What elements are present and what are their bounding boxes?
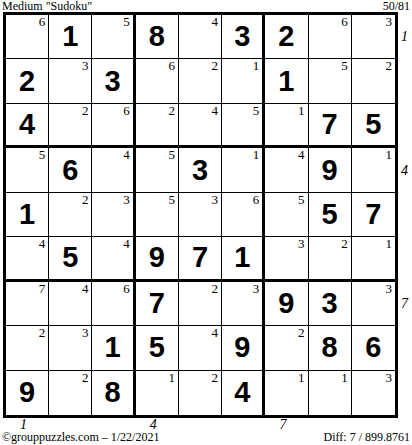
pencil-mark: 4 (82, 282, 89, 296)
cell-r4c6[interactable]: 1 (222, 148, 265, 192)
pencil-mark: 2 (385, 59, 392, 73)
cell-r2c1[interactable]: 2 (6, 59, 49, 103)
cell-r1c6[interactable]: 3 (222, 15, 265, 59)
pencil-mark: 6 (168, 59, 175, 73)
footer-bar: ©grouppuzzles.com – 1/22/2021 Diff: 7 / … (2, 431, 410, 445)
cell-value: 9 (278, 289, 294, 318)
cell-value: 9 (322, 156, 338, 185)
cell-r6c4[interactable]: 9 (136, 237, 179, 281)
cell-r4c3[interactable]: 4 (92, 148, 135, 192)
pencil-mark: 6 (123, 282, 130, 296)
cell-r6c9[interactable]: 1 (352, 237, 395, 281)
pencil-mark: 1 (385, 148, 392, 162)
cell-value: 6 (365, 333, 381, 362)
pencil-mark: 6 (39, 15, 46, 29)
cell-r2c3[interactable]: 3 (92, 59, 135, 103)
cell-r1c1[interactable]: 6 (6, 15, 49, 59)
row-label-7: 7 (401, 297, 408, 311)
pencil-mark: 5 (298, 193, 305, 207)
cell-value: 9 (234, 333, 250, 362)
cell-value: 6 (62, 156, 78, 185)
cell-value: 7 (149, 289, 165, 318)
cell-r7c2[interactable]: 4 (49, 282, 92, 326)
cell-r7c5[interactable]: 2 (179, 282, 222, 326)
cell-value: 8 (322, 333, 338, 362)
cell-value: 2 (19, 67, 35, 96)
cell-r5c9[interactable]: 7 (352, 193, 395, 237)
cell-r4c1[interactable]: 5 (6, 148, 49, 192)
cell-r4c9[interactable]: 1 (352, 148, 395, 192)
cell-r3c6[interactable]: 5 (222, 104, 265, 148)
pencil-mark: 1 (341, 371, 348, 385)
cell-r9c9[interactable]: 3 (352, 371, 395, 415)
cell-r8c6[interactable]: 9 (222, 326, 265, 370)
pencil-mark: 1 (253, 59, 260, 73)
cell-value: 1 (278, 67, 294, 96)
pencil-mark: 5 (123, 15, 130, 29)
cell-r1c7[interactable]: 2 (265, 15, 308, 59)
col-label-7: 7 (279, 418, 286, 432)
pencil-mark: 4 (298, 148, 305, 162)
pencil-mark: 4 (212, 104, 219, 118)
cell-r5c4[interactable]: 5 (136, 193, 179, 237)
cell-r7c1[interactable]: 7 (6, 282, 49, 326)
pencil-mark: 3 (82, 59, 89, 73)
progress-counter: 50/81 (383, 0, 410, 12)
pencil-mark: 1 (253, 148, 260, 162)
cell-r6c6[interactable]: 1 (222, 237, 265, 281)
pencil-mark: 2 (82, 104, 89, 118)
cell-r9c8[interactable]: 1 (309, 371, 352, 415)
cell-value: 9 (19, 378, 35, 407)
cell-r5c2[interactable]: 2 (49, 193, 92, 237)
pencil-mark: 4 (123, 148, 130, 162)
cell-r8c5[interactable]: 4 (179, 326, 222, 370)
cell-value: 3 (104, 67, 120, 96)
cell-value: 5 (149, 333, 165, 362)
cell-r1c9[interactable]: 3 (352, 15, 395, 59)
cell-value: 5 (322, 200, 338, 229)
cell-r9c3[interactable]: 8 (92, 371, 135, 415)
cell-value: 7 (322, 110, 338, 139)
pencil-mark: 5 (39, 148, 46, 162)
pencil-mark: 2 (82, 193, 89, 207)
cell-r5c1[interactable]: 1 (6, 193, 49, 237)
cell-r4c4[interactable]: 5 (136, 148, 179, 192)
cell-value: 2 (278, 22, 294, 51)
cell-r3c7[interactable]: 1 (265, 104, 308, 148)
pencil-mark: 4 (212, 15, 219, 29)
pencil-mark: 4 (39, 237, 46, 251)
pencil-mark: 2 (82, 371, 89, 385)
cell-value: 3 (192, 156, 208, 185)
cell-r2c8[interactable]: 5 (309, 59, 352, 103)
cell-value: 5 (62, 243, 78, 272)
cell-value: 1 (104, 333, 120, 362)
pencil-mark: 5 (341, 59, 348, 73)
puzzle-title: Medium "Sudoku" (2, 0, 92, 12)
cell-r2c5[interactable]: 2 (179, 59, 222, 103)
copyright-text: ©grouppuzzles.com – 1/22/2021 (2, 431, 159, 444)
pencil-mark: 1 (298, 371, 305, 385)
pencil-mark: 3 (385, 371, 392, 385)
pencil-mark: 6 (253, 193, 260, 207)
pencil-mark: 3 (123, 193, 130, 207)
cell-r2c9[interactable]: 2 (352, 59, 395, 103)
cell-r8c8[interactable]: 8 (309, 326, 352, 370)
pencil-mark: 4 (123, 237, 130, 251)
cell-r1c5[interactable]: 4 (179, 15, 222, 59)
cell-r8c3[interactable]: 1 (92, 326, 135, 370)
cell-value: 8 (104, 378, 120, 407)
pencil-mark: 2 (39, 326, 46, 340)
pencil-mark: 1 (298, 104, 305, 118)
cell-r3c8[interactable]: 7 (309, 104, 352, 148)
pencil-mark: 2 (212, 371, 219, 385)
cell-r6c7[interactable]: 3 (265, 237, 308, 281)
pencil-mark: 3 (82, 326, 89, 340)
cell-r5c7[interactable]: 5 (265, 193, 308, 237)
cell-r2c2[interactable]: 3 (49, 59, 92, 103)
row-label-1: 1 (401, 30, 408, 44)
pencil-mark: 2 (212, 59, 219, 73)
pencil-mark: 5 (168, 148, 175, 162)
cell-r7c4[interactable]: 7 (136, 282, 179, 326)
pencil-mark: 3 (385, 15, 392, 29)
cell-r8c4[interactable]: 5 (136, 326, 179, 370)
cell-r8c2[interactable]: 3 (49, 326, 92, 370)
cell-r4c2[interactable]: 6 (49, 148, 92, 192)
cell-r1c3[interactable]: 5 (92, 15, 135, 59)
cell-r1c8[interactable]: 6 (309, 15, 352, 59)
cell-r9c1[interactable]: 9 (6, 371, 49, 415)
cell-value: 8 (149, 22, 165, 51)
pencil-mark: 2 (168, 104, 175, 118)
cell-r8c7[interactable]: 2 (265, 326, 308, 370)
cell-value: 3 (234, 22, 250, 51)
pencil-mark: 3 (298, 237, 305, 251)
cell-r6c2[interactable]: 5 (49, 237, 92, 281)
cell-r5c3[interactable]: 3 (92, 193, 135, 237)
pencil-mark: 6 (123, 104, 130, 118)
pencil-mark: 3 (253, 282, 260, 296)
cell-r3c4[interactable]: 2 (136, 104, 179, 148)
cell-r1c2[interactable]: 1 (49, 15, 92, 59)
cell-r7c6[interactable]: 3 (222, 282, 265, 326)
pencil-mark: 3 (212, 193, 219, 207)
cell-r9c5[interactable]: 2 (179, 371, 222, 415)
cell-r9c6[interactable]: 4 (222, 371, 265, 415)
cell-r2c6[interactable]: 1 (222, 59, 265, 103)
cell-r3c3[interactable]: 6 (92, 104, 135, 148)
cell-r3c2[interactable]: 2 (49, 104, 92, 148)
cell-r5c8[interactable]: 5 (309, 193, 352, 237)
cell-value: 9 (149, 243, 165, 272)
cell-r7c9[interactable]: 3 (352, 282, 395, 326)
cell-r9c7[interactable]: 1 (265, 371, 308, 415)
cell-value: 1 (19, 200, 35, 229)
cell-r6c5[interactable]: 7 (179, 237, 222, 281)
cell-r7c7[interactable]: 9 (265, 282, 308, 326)
pencil-mark: 3 (385, 282, 392, 296)
pencil-mark: 5 (168, 193, 175, 207)
cell-r3c9[interactable]: 5 (352, 104, 395, 148)
cell-r8c9[interactable]: 6 (352, 326, 395, 370)
cell-r6c8[interactable]: 2 (309, 237, 352, 281)
cell-r4c7[interactable]: 4 (265, 148, 308, 192)
cell-r6c3[interactable]: 4 (92, 237, 135, 281)
cell-r9c4[interactable]: 1 (136, 371, 179, 415)
pencil-mark: 6 (341, 15, 348, 29)
header-bar: Medium "Sudoku" 50/81 (2, 0, 410, 12)
cell-value: 3 (322, 289, 338, 318)
pencil-mark: 2 (298, 326, 305, 340)
cell-r3c5[interactable]: 4 (179, 104, 222, 148)
pencil-mark: 2 (341, 237, 348, 251)
pencil-mark: 1 (168, 371, 175, 385)
cell-value: 7 (365, 200, 381, 229)
cell-r9c2[interactable]: 2 (49, 371, 92, 415)
cell-value: 1 (62, 22, 78, 51)
pencil-mark: 5 (253, 104, 260, 118)
pencil-mark: 2 (212, 282, 219, 296)
cell-r7c3[interactable]: 6 (92, 282, 135, 326)
cell-r3c1[interactable]: 4 (6, 104, 49, 148)
pencil-mark: 1 (385, 237, 392, 251)
cell-value: 4 (19, 110, 35, 139)
pencil-mark: 4 (212, 326, 219, 340)
sudoku-board: 6158432632336211524262451755645314911235… (3, 12, 398, 418)
difficulty-text: Diff: 7 / 899.8761 (324, 431, 410, 444)
cell-r4c5[interactable]: 3 (179, 148, 222, 192)
cell-r1c4[interactable]: 8 (136, 15, 179, 59)
cell-r8c1[interactable]: 2 (6, 326, 49, 370)
cell-value: 5 (365, 110, 381, 139)
cell-value: 4 (234, 378, 250, 407)
pencil-mark: 7 (39, 282, 46, 296)
cell-r5c5[interactable]: 3 (179, 193, 222, 237)
cell-r7c8[interactable]: 3 (309, 282, 352, 326)
row-label-4: 4 (401, 164, 408, 178)
cell-r2c4[interactable]: 6 (136, 59, 179, 103)
cell-r4c8[interactable]: 9 (309, 148, 352, 192)
cell-r5c6[interactable]: 6 (222, 193, 265, 237)
cell-r2c7[interactable]: 1 (265, 59, 308, 103)
cell-r6c1[interactable]: 4 (6, 237, 49, 281)
cell-value: 7 (192, 243, 208, 272)
cell-value: 1 (234, 243, 250, 272)
